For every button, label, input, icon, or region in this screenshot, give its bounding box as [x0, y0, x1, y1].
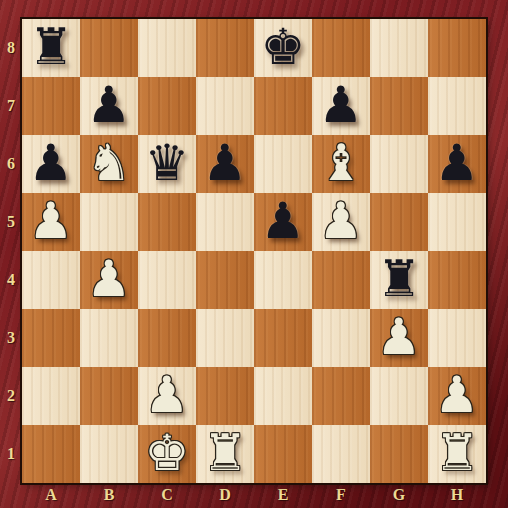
- square-f7[interactable]: ♟: [312, 77, 370, 135]
- square-d2[interactable]: [196, 367, 254, 425]
- square-c6[interactable]: ♛: [138, 135, 196, 193]
- square-d1[interactable]: ♜: [196, 425, 254, 483]
- square-f8[interactable]: [312, 19, 370, 77]
- square-c5[interactable]: [138, 193, 196, 251]
- square-e8[interactable]: ♚: [254, 19, 312, 77]
- file-label-d: D: [196, 483, 254, 508]
- square-b8[interactable]: [80, 19, 138, 77]
- black-pawn-a6[interactable]: ♟: [29, 138, 74, 188]
- square-e7[interactable]: [254, 77, 312, 135]
- rank-label-3: 3: [0, 309, 22, 367]
- square-e6[interactable]: [254, 135, 312, 193]
- square-f2[interactable]: [312, 367, 370, 425]
- black-queen-c6[interactable]: ♛: [145, 138, 190, 188]
- black-pawn-d6[interactable]: ♟: [203, 138, 248, 188]
- square-c1[interactable]: ♚: [138, 425, 196, 483]
- square-h2[interactable]: ♟: [428, 367, 486, 425]
- square-h1[interactable]: ♜: [428, 425, 486, 483]
- square-a7[interactable]: [22, 77, 80, 135]
- square-d8[interactable]: [196, 19, 254, 77]
- square-g6[interactable]: [370, 135, 428, 193]
- square-h8[interactable]: [428, 19, 486, 77]
- square-f5[interactable]: ♟: [312, 193, 370, 251]
- square-e5[interactable]: ♟: [254, 193, 312, 251]
- board: ♜♚♟♟♟♞♛♟♝♟♟♟♟♟♜♟♟♟♚♜♜: [22, 19, 486, 483]
- rank-label-1: 1: [0, 425, 22, 483]
- file-label-h: H: [428, 483, 486, 508]
- square-h6[interactable]: ♟: [428, 135, 486, 193]
- square-g3[interactable]: ♟: [370, 309, 428, 367]
- square-a3[interactable]: [22, 309, 80, 367]
- square-g5[interactable]: [370, 193, 428, 251]
- square-d6[interactable]: ♟: [196, 135, 254, 193]
- black-pawn-f7[interactable]: ♟: [319, 80, 364, 130]
- square-g7[interactable]: [370, 77, 428, 135]
- file-labels: ABCDEFGH: [22, 483, 486, 508]
- square-a4[interactable]: [22, 251, 80, 309]
- white-pawn-c2[interactable]: ♟: [145, 370, 190, 420]
- square-d7[interactable]: [196, 77, 254, 135]
- square-b5[interactable]: [80, 193, 138, 251]
- square-a2[interactable]: [22, 367, 80, 425]
- square-d3[interactable]: [196, 309, 254, 367]
- square-f4[interactable]: [312, 251, 370, 309]
- square-c7[interactable]: [138, 77, 196, 135]
- square-e4[interactable]: [254, 251, 312, 309]
- black-pawn-b7[interactable]: ♟: [87, 80, 132, 130]
- white-pawn-g3[interactable]: ♟: [377, 312, 422, 362]
- black-rook-g4[interactable]: ♜: [377, 254, 422, 304]
- black-rook-a8[interactable]: ♜: [29, 22, 74, 72]
- square-b7[interactable]: ♟: [80, 77, 138, 135]
- square-c2[interactable]: ♟: [138, 367, 196, 425]
- rank-label-4: 4: [0, 251, 22, 309]
- white-knight-b6[interactable]: ♞: [87, 138, 132, 188]
- rank-label-2: 2: [0, 367, 22, 425]
- square-e1[interactable]: [254, 425, 312, 483]
- file-label-c: C: [138, 483, 196, 508]
- square-d4[interactable]: [196, 251, 254, 309]
- square-c3[interactable]: [138, 309, 196, 367]
- white-pawn-a5[interactable]: ♟: [29, 196, 74, 246]
- rank-label-5: 5: [0, 193, 22, 251]
- square-f1[interactable]: [312, 425, 370, 483]
- white-pawn-f5[interactable]: ♟: [319, 196, 364, 246]
- square-g8[interactable]: [370, 19, 428, 77]
- square-f3[interactable]: [312, 309, 370, 367]
- white-pawn-b4[interactable]: ♟: [87, 254, 132, 304]
- square-a6[interactable]: ♟: [22, 135, 80, 193]
- square-f6[interactable]: ♝: [312, 135, 370, 193]
- square-a1[interactable]: [22, 425, 80, 483]
- white-rook-h1[interactable]: ♜: [435, 428, 480, 478]
- rank-labels: 87654321: [0, 19, 22, 483]
- square-a5[interactable]: ♟: [22, 193, 80, 251]
- rank-label-7: 7: [0, 77, 22, 135]
- file-label-a: A: [22, 483, 80, 508]
- square-d5[interactable]: [196, 193, 254, 251]
- white-rook-d1[interactable]: ♜: [203, 428, 248, 478]
- white-king-c1[interactable]: ♚: [145, 428, 190, 478]
- square-h7[interactable]: [428, 77, 486, 135]
- file-label-f: F: [312, 483, 370, 508]
- square-c8[interactable]: [138, 19, 196, 77]
- square-g1[interactable]: [370, 425, 428, 483]
- square-h4[interactable]: [428, 251, 486, 309]
- white-pawn-h2[interactable]: ♟: [435, 370, 480, 420]
- square-g2[interactable]: [370, 367, 428, 425]
- square-b2[interactable]: [80, 367, 138, 425]
- white-bishop-f6[interactable]: ♝: [319, 138, 364, 188]
- square-e3[interactable]: [254, 309, 312, 367]
- square-a8[interactable]: ♜: [22, 19, 80, 77]
- square-b3[interactable]: [80, 309, 138, 367]
- square-g4[interactable]: ♜: [370, 251, 428, 309]
- file-label-b: B: [80, 483, 138, 508]
- black-pawn-e5[interactable]: ♟: [261, 196, 306, 246]
- square-h5[interactable]: [428, 193, 486, 251]
- rank-label-6: 6: [0, 135, 22, 193]
- rank-label-8: 8: [0, 19, 22, 77]
- square-h3[interactable]: [428, 309, 486, 367]
- black-pawn-h6[interactable]: ♟: [435, 138, 480, 188]
- square-b6[interactable]: ♞: [80, 135, 138, 193]
- file-label-g: G: [370, 483, 428, 508]
- file-label-e: E: [254, 483, 312, 508]
- square-c4[interactable]: [138, 251, 196, 309]
- chessboard-frame: 87654321 ABCDEFGH ♜♚♟♟♟♞♛♟♝♟♟♟♟♟♜♟♟♟♚♜♜: [0, 0, 508, 508]
- square-b4[interactable]: ♟: [80, 251, 138, 309]
- black-king-e8[interactable]: ♚: [261, 22, 306, 72]
- square-b1[interactable]: [80, 425, 138, 483]
- square-e2[interactable]: [254, 367, 312, 425]
